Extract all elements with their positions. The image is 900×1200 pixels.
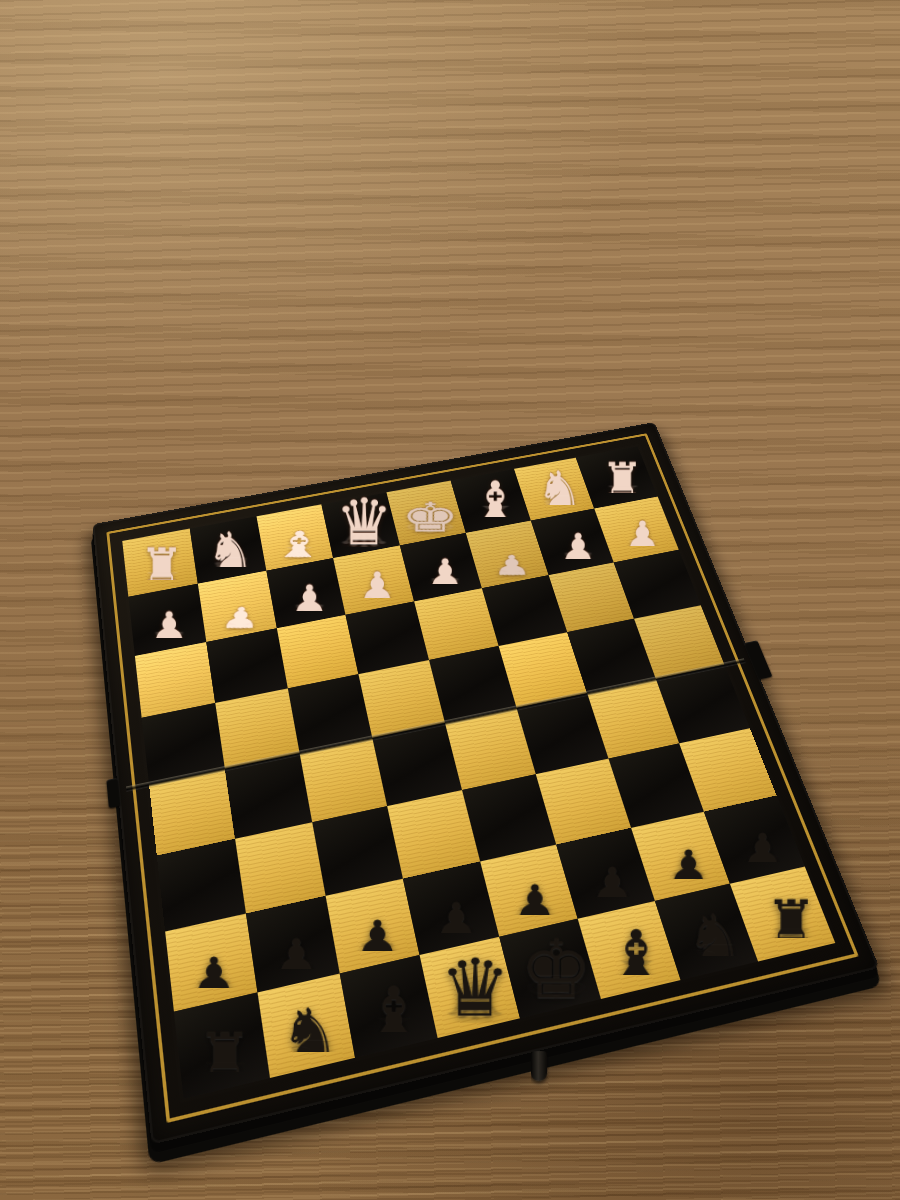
white-pawn-glyph: ♟ — [358, 568, 397, 608]
black-pawn-glyph: ♟ — [590, 863, 635, 909]
black-pawn-glyph: ♟ — [741, 829, 785, 874]
black-rook-glyph: ♜ — [197, 1028, 253, 1086]
square-b8[interactable]: ♞ — [257, 974, 354, 1078]
white-pawn-glyph: ♟ — [559, 530, 597, 569]
latch-clasp[interactable] — [531, 1051, 547, 1081]
scene: ♜♞♝♛♚♝♞♜♟♟♟♟♟♟♟♟♟♟♟♟♟♟♟♟♜♞♝♛♚♝♞♜ — [0, 0, 900, 1200]
photo-scene: { "game": "chess", "scene": { "descripti… — [0, 0, 900, 1200]
piece-black-bishop[interactable]: ♝ — [595, 907, 678, 990]
square-c5[interactable] — [299, 738, 387, 822]
piece-white-bishop[interactable]: ♝ — [462, 462, 529, 529]
square-b7[interactable]: ♟ — [246, 895, 340, 992]
square-c3[interactable] — [276, 614, 358, 688]
piece-white-knight[interactable]: ♞ — [196, 511, 264, 579]
piece-white-pawn[interactable]: ♟ — [343, 540, 412, 609]
piece-black-pawn[interactable]: ♟ — [416, 865, 497, 946]
black-pawn-glyph: ♟ — [273, 934, 319, 981]
black-pawn-glyph: ♟ — [434, 898, 479, 945]
black-knight-glyph: ♞ — [686, 910, 744, 969]
piece-black-queen[interactable]: ♛ — [434, 944, 518, 1028]
hinge-tab-right — [744, 640, 773, 679]
piece-black-knight[interactable]: ♞ — [673, 889, 755, 971]
black-bishop-glyph: ♝ — [605, 924, 667, 988]
black-pawn-glyph: ♟ — [512, 880, 557, 926]
black-rook-glyph: ♜ — [765, 896, 818, 951]
piece-black-bishop[interactable]: ♝ — [351, 963, 436, 1048]
piece-white-pawn[interactable]: ♟ — [203, 587, 278, 633]
piece-white-pawn[interactable]: ♟ — [274, 553, 344, 623]
piece-black-pawn[interactable]: ♟ — [572, 831, 652, 911]
playing-area: ♜♞♝♛♚♝♞♜♟♟♟♟♟♟♟♟♟♟♟♟♟♟♟♟♜♞♝♛♚♝♞♜ — [122, 446, 835, 1099]
piece-white-pawn[interactable]: ♟ — [477, 536, 546, 579]
white-pawn-glyph: ♟ — [149, 608, 189, 649]
square-c8[interactable]: ♝ — [339, 955, 438, 1058]
hinge-tab-left — [106, 778, 120, 809]
square-a5[interactable] — [149, 769, 235, 856]
white-pawn-glyph: ♟ — [426, 555, 465, 595]
chess-board: ♜♞♝♛♚♝♞♜♟♟♟♟♟♟♟♟♟♟♟♟♟♟♟♟♜♞♝♛♚♝♞♜ — [93, 422, 880, 1145]
piece-white-pawn[interactable]: ♟ — [134, 580, 205, 651]
piece-black-rook[interactable]: ♜ — [182, 1002, 268, 1088]
black-knight-glyph: ♞ — [280, 1004, 340, 1066]
square-b6[interactable] — [235, 822, 325, 913]
piece-black-pawn[interactable]: ♟ — [648, 814, 727, 893]
white-pawn-glyph: ♟ — [219, 605, 261, 631]
black-pawn-glyph: ♟ — [666, 846, 710, 891]
square-c4[interactable] — [287, 674, 372, 753]
piece-black-rook[interactable]: ♜ — [751, 871, 832, 952]
piece-black-pawn[interactable]: ♟ — [336, 883, 418, 965]
piece-black-pawn[interactable]: ♟ — [172, 919, 255, 1002]
square-b2[interactable]: ♟ — [198, 571, 277, 642]
piece-white-pawn[interactable]: ♟ — [609, 490, 677, 558]
piece-black-knight[interactable]: ♞ — [267, 982, 352, 1067]
white-pawn-glyph: ♟ — [492, 553, 531, 578]
black-queen-glyph: ♛ — [440, 953, 511, 1026]
piece-black-pawn[interactable]: ♟ — [723, 797, 802, 876]
square-a8[interactable]: ♜ — [174, 993, 270, 1099]
piece-white-pawn[interactable]: ♟ — [411, 528, 480, 597]
square-e4[interactable] — [429, 646, 516, 723]
square-h5[interactable] — [656, 665, 750, 743]
board-face: ♜♞♝♛♚♝♞♜♟♟♟♟♟♟♟♟♟♟♟♟♟♟♟♟♜♞♝♛♚♝♞♜ — [93, 422, 880, 1145]
piece-black-pawn[interactable]: ♟ — [495, 848, 575, 928]
black-pawn-glyph: ♟ — [354, 916, 400, 963]
white-knight-glyph: ♞ — [206, 528, 254, 577]
white-pawn-glyph: ♟ — [289, 581, 328, 621]
white-pawn-glyph: ♟ — [624, 517, 662, 556]
piece-black-pawn[interactable]: ♟ — [255, 901, 337, 983]
white-bishop-glyph: ♝ — [470, 476, 520, 527]
black-bishop-glyph: ♝ — [361, 980, 425, 1045]
piece-black-king[interactable]: ♚ — [515, 925, 598, 1008]
square-a7[interactable]: ♟ — [165, 913, 257, 1012]
black-pawn-glyph: ♟ — [191, 953, 237, 1001]
black-king-glyph: ♚ — [520, 932, 593, 1007]
piece-white-pawn[interactable]: ♟ — [544, 503, 612, 571]
